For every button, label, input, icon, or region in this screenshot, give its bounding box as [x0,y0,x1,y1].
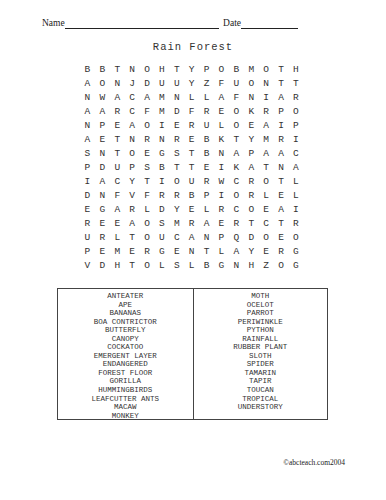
word-list-item: OCELOT [194,301,328,310]
word-list-item: ANTEATER [58,292,193,301]
grid-cell[interactable]: L [140,202,155,216]
grid-cell[interactable]: H [154,62,169,76]
grid-cell[interactable]: A [259,146,274,160]
grid-cell[interactable]: E [110,217,125,231]
grid-cell[interactable]: A [95,104,110,118]
grid-cell[interactable]: A [80,76,95,90]
worksheet-page: Name Date Rain Forest BBTNOHTYPOBMOTHAON… [0,0,386,500]
grid-cell[interactable]: B [154,160,169,174]
grid-cell[interactable]: Y [184,62,199,76]
grid-cell[interactable]: A [244,160,259,174]
grid-cell[interactable]: I [80,174,95,188]
grid-cell[interactable]: H [244,259,259,273]
grid-cell[interactable]: E [259,202,274,216]
grid-cell[interactable]: A [259,118,274,132]
word-search-grid: BBTNOHTYPOBMOTHAONJDUUYZFUONTTNWACAMNLLA… [80,62,303,273]
grid-cell[interactable]: T [110,132,125,146]
word-list-item: PARROT [194,309,328,318]
grid-cell[interactable]: O [140,217,155,231]
grid-cell[interactable]: O [214,62,229,76]
grid-cell[interactable]: T [110,62,125,76]
grid-cell[interactable]: P [244,146,259,160]
grid-cell[interactable]: E [274,231,289,245]
word-list-item: SPIDER [194,360,328,369]
grid-cell[interactable]: T [169,160,184,174]
grid-cell[interactable]: P [214,231,229,245]
grid-cell[interactable]: R [288,90,303,104]
word-list-item: FOREST FLOOR [58,369,193,378]
grid-cell[interactable]: D [95,160,110,174]
grid-cell[interactable]: A [214,90,229,104]
grid-cell[interactable]: P [199,62,214,76]
date-field-line [241,18,298,29]
grid-cell[interactable]: A [274,202,289,216]
grid-cell[interactable]: N [274,160,289,174]
grid-cell[interactable]: G [288,259,303,273]
word-list-item: PYTHON [194,326,328,335]
grid-cell[interactable]: A [80,132,95,146]
grid-cell[interactable]: R [140,245,155,259]
grid-cell[interactable]: T [244,217,259,231]
grid-cell[interactable]: D [95,259,110,273]
grid-cell[interactable]: B [199,146,214,160]
grid-cell[interactable]: I [214,160,229,174]
grid-cell[interactable]: K [229,160,244,174]
grid-cell[interactable]: F [140,188,155,202]
grid-cell[interactable]: O [259,62,274,76]
grid-cell[interactable]: O [169,174,184,188]
grid-cell[interactable]: S [169,259,184,273]
grid-cell[interactable]: D [154,202,169,216]
grid-cell[interactable]: Z [259,259,274,273]
grid-cell[interactable]: B [229,62,244,76]
grid-cell[interactable]: N [95,146,110,160]
grid-cell[interactable]: O [229,188,244,202]
grid-cell[interactable]: F [184,104,199,118]
grid-cell[interactable]: U [184,174,199,188]
grid-cell[interactable]: C [125,90,140,104]
grid-cell[interactable]: T [288,76,303,90]
grid-cell[interactable]: J [125,76,140,90]
grid-cell[interactable]: P [80,245,95,259]
grid-cell[interactable]: F [214,76,229,90]
date-label: Date [223,18,241,29]
grid-cell[interactable]: N [95,188,110,202]
grid-cell[interactable]: F [140,104,155,118]
grid-cell[interactable]: G [214,259,229,273]
grid-cell[interactable]: E [199,160,214,174]
grid-cell[interactable]: U [229,76,244,90]
grid-cell[interactable]: Y [169,202,184,216]
grid-cell[interactable]: I [154,174,169,188]
grid-cell[interactable]: O [259,231,274,245]
grid-cell[interactable]: M [244,62,259,76]
grid-cell[interactable]: M [259,132,274,146]
grid-cell[interactable]: R [244,174,259,188]
grid-cell[interactable]: E [110,118,125,132]
grid-cell[interactable]: K [244,104,259,118]
grid-cell[interactable]: C [229,174,244,188]
grid-cell[interactable]: C [259,217,274,231]
grid-cell[interactable]: P [274,104,289,118]
word-list-item: TOUCAN [194,386,328,395]
word-list-item: TROPICAL [194,395,328,404]
grid-cell[interactable]: A [199,217,214,231]
grid-cell[interactable]: R [95,231,110,245]
name-date-header: Name Date [42,18,298,29]
word-list-right-column: MOTHOCELOTPARROTPERIWINKLEPYTHONRAINFALL… [193,289,328,419]
grid-cell[interactable]: Y [125,174,140,188]
grid-cell[interactable]: E [259,245,274,259]
grid-cell[interactable]: L [184,259,199,273]
grid-cell[interactable]: N [125,62,140,76]
grid-cell[interactable]: E [80,202,95,216]
grid-cell[interactable]: R [169,188,184,202]
grid-cell[interactable]: R [110,104,125,118]
grid-cell[interactable]: A [229,245,244,259]
grid-cell[interactable]: L [259,188,274,202]
grid-cell[interactable]: A [125,118,140,132]
grid-cell[interactable]: T [184,146,199,160]
grid-cell[interactable]: O [125,146,140,160]
grid-cell[interactable]: R [288,217,303,231]
grid-cell[interactable]: T [125,259,140,273]
grid-cell[interactable]: I [259,90,274,104]
grid-cell[interactable]: A [274,90,289,104]
grid-cell[interactable]: T [274,174,289,188]
grid-cell[interactable]: O [229,104,244,118]
word-list-item: MACAW [58,403,193,412]
grid-cell[interactable]: U [110,160,125,174]
grid-cell[interactable]: R [125,202,140,216]
grid-cell[interactable]: B [95,62,110,76]
grid-cell[interactable]: E [184,202,199,216]
grid-cell[interactable]: V [80,259,95,273]
grid-cell[interactable]: L [214,118,229,132]
grid-cell[interactable]: F [229,90,244,104]
grid-cell[interactable]: A [140,90,155,104]
grid-cell[interactable]: M [154,90,169,104]
word-list-item: RAINFALL [194,335,328,344]
grid-cell[interactable]: V [125,188,140,202]
grid-cell[interactable]: T [184,160,199,174]
grid-cell[interactable]: O [95,76,110,90]
grid-cell[interactable]: N [199,231,214,245]
grid-cell[interactable]: E [214,217,229,231]
grid-cell[interactable]: G [154,146,169,160]
grid-cell[interactable]: P [199,188,214,202]
grid-cell[interactable]: A [229,146,244,160]
grid-cell[interactable]: P [288,118,303,132]
grid-cell[interactable]: I [214,188,229,202]
word-list-item: HUMMINGBIRDS [58,386,193,395]
grid-cell[interactable]: L [288,188,303,202]
grid-cell[interactable]: U [80,231,95,245]
word-list-item: UNDERSTORY [194,403,328,412]
grid-cell[interactable]: Z [199,76,214,90]
grid-cell[interactable]: O [274,259,289,273]
grid-cell[interactable]: E [95,132,110,146]
grid-cell[interactable]: D [244,231,259,245]
grid-cell[interactable]: A [110,202,125,216]
grid-cell[interactable]: L [110,231,125,245]
grid-cell[interactable]: T [140,174,155,188]
grid-cell[interactable]: O [140,118,155,132]
word-list-item: BANANAS [58,309,193,318]
grid-cell[interactable]: I [154,118,169,132]
grid-cell[interactable]: C [229,202,244,216]
grid-cell[interactable]: I [274,118,289,132]
word-list-item: LEAFCUTTER ANTS [58,395,193,404]
grid-cell[interactable]: A [80,104,95,118]
grid-cell[interactable]: T [199,245,214,259]
word-list-item: TAPIR [194,377,328,386]
grid-cell[interactable]: O [244,202,259,216]
grid-cell[interactable]: E [169,118,184,132]
grid-cell[interactable]: L [199,90,214,104]
grid-cell[interactable]: E [95,245,110,259]
grid-cell[interactable]: O [229,118,244,132]
grid-cell[interactable]: B [80,62,95,76]
grid-cell[interactable]: E [274,188,289,202]
grid-cell[interactable]: B [199,259,214,273]
grid-cell[interactable]: N [110,76,125,90]
grid-cell[interactable]: R [199,174,214,188]
word-list-item: MOTH [194,292,328,301]
grid-cell[interactable]: Y [244,132,259,146]
grid-cell[interactable]: N [125,132,140,146]
grid-cell[interactable]: T [259,160,274,174]
grid-cell[interactable]: P [125,160,140,174]
word-list-item: GORILLA [58,377,193,386]
grid-cell[interactable]: O [288,231,303,245]
grid-cell[interactable]: L [154,259,169,273]
grid-cell[interactable]: W [214,174,229,188]
grid-cell[interactable]: S [80,146,95,160]
grid-cell[interactable]: R [184,217,199,231]
grid-cell[interactable]: S [154,217,169,231]
grid-cell[interactable]: U [169,76,184,90]
grid-cell[interactable]: B [184,188,199,202]
grid-cell[interactable]: N [80,118,95,132]
grid-cell[interactable]: U [199,118,214,132]
grid-cell[interactable]: N [244,90,259,104]
word-list-item: MONKEY [58,412,193,421]
grid-cell[interactable]: G [95,202,110,216]
grid-cell[interactable]: R [199,104,214,118]
grid-cell[interactable]: R [154,188,169,202]
grid-cell[interactable]: G [154,245,169,259]
word-list-item: SLOTH [194,352,328,361]
word-list-item: BUTTERFLY [58,326,193,335]
word-list-item: EMERGENT LAYER [58,352,193,361]
grid-cell[interactable]: E [125,245,140,259]
grid-cell[interactable]: O [140,231,155,245]
grid-cell[interactable]: R [184,118,199,132]
grid-cell[interactable]: L [288,174,303,188]
grid-cell[interactable]: R [80,217,95,231]
grid-cell[interactable]: Q [229,231,244,245]
grid-cell[interactable]: S [140,160,155,174]
grid-cell[interactable]: L [184,90,199,104]
grid-cell[interactable]: F [110,188,125,202]
grid-cell[interactable]: C [110,174,125,188]
word-list-item: RUBBER PLANT [194,343,328,352]
grid-cell[interactable]: T [169,62,184,76]
grid-cell[interactable]: G [288,245,303,259]
grid-cell[interactable]: T [229,132,244,146]
grid-cell[interactable]: D [80,188,95,202]
grid-cell[interactable]: U [154,76,169,90]
grid-cell[interactable]: E [169,245,184,259]
grid-cell[interactable]: A [125,217,140,231]
word-list-item: APE [58,301,193,310]
name-field-line [65,18,219,29]
grid-cell[interactable]: I [288,202,303,216]
grid-cell[interactable]: T [110,146,125,160]
grid-cell[interactable]: R [140,132,155,146]
grid-cell[interactable]: L [199,202,214,216]
grid-cell[interactable]: A [110,90,125,104]
grid-cell[interactable]: E [244,118,259,132]
grid-cell[interactable]: K [214,132,229,146]
grid-cell[interactable]: U [154,231,169,245]
grid-cell[interactable]: M [110,245,125,259]
page-title: Rain Forest [0,41,386,53]
word-list-item: COCKATOO [58,343,193,352]
grid-cell[interactable]: E [184,132,199,146]
grid-cell[interactable]: B [199,132,214,146]
grid-cell[interactable]: O [244,76,259,90]
word-list-item: TAMARIN [194,369,328,378]
grid-cell[interactable]: E [214,104,229,118]
word-list-item: ENDANGERED [58,360,193,369]
grid-cell[interactable]: R [244,188,259,202]
grid-cell[interactable]: E [95,217,110,231]
grid-cell[interactable]: N [80,90,95,104]
grid-cell[interactable]: N [154,132,169,146]
grid-cell[interactable]: R [274,245,289,259]
grid-cell[interactable]: O [259,174,274,188]
name-label: Name [42,18,65,29]
grid-cell[interactable]: C [288,146,303,160]
word-list: ANTEATERAPEBANANASBOA CONTRICTORBUTTERFL… [57,288,328,420]
grid-cell[interactable]: L [214,245,229,259]
grid-cell[interactable]: A [95,174,110,188]
grid-cell[interactable]: R [214,202,229,216]
grid-cell[interactable]: H [110,259,125,273]
grid-cell[interactable]: E [140,146,155,160]
grid-cell[interactable]: C [125,104,140,118]
word-list-item: PERIWINKLE [194,318,328,327]
grid-cell[interactable]: T [274,217,289,231]
grid-cell[interactable]: P [80,160,95,174]
grid-cell[interactable]: O [140,259,155,273]
grid-cell[interactable]: I [288,132,303,146]
grid-cell[interactable]: R [259,104,274,118]
grid-cell[interactable]: R [274,132,289,146]
grid-cell[interactable]: W [95,90,110,104]
copyright-credit: ©abcteach.com2004 [283,458,345,467]
grid-cell[interactable]: P [95,118,110,132]
grid-cell[interactable]: O [140,62,155,76]
grid-cell[interactable]: T [274,76,289,90]
grid-cell[interactable]: O [288,104,303,118]
word-list-item: BOA CONTRICTOR [58,318,193,327]
grid-cell[interactable]: M [169,217,184,231]
grid-cell[interactable]: A [274,146,289,160]
grid-cell[interactable]: Y [184,76,199,90]
grid-cell[interactable]: D [140,76,155,90]
grid-cell[interactable]: H [288,62,303,76]
grid-cell[interactable]: N [184,245,199,259]
grid-cell[interactable]: N [169,90,184,104]
grid-cell[interactable]: R [229,217,244,231]
grid-cell[interactable]: S [169,146,184,160]
grid-cell[interactable]: R [169,132,184,146]
grid-cell[interactable]: N [214,146,229,160]
grid-cell[interactable]: T [125,231,140,245]
grid-cell[interactable]: N [229,259,244,273]
grid-cell[interactable]: A [288,160,303,174]
grid-cell[interactable]: N [259,76,274,90]
grid-cell[interactable]: C [169,231,184,245]
word-list-left-column: ANTEATERAPEBANANASBOA CONTRICTORBUTTERFL… [58,289,193,419]
grid-cell[interactable]: M [154,104,169,118]
grid-cell[interactable]: D [169,104,184,118]
grid-cell[interactable]: Y [244,245,259,259]
grid-cell[interactable]: T [274,62,289,76]
word-list-item: CANOPY [58,335,193,344]
grid-cell[interactable]: A [184,231,199,245]
